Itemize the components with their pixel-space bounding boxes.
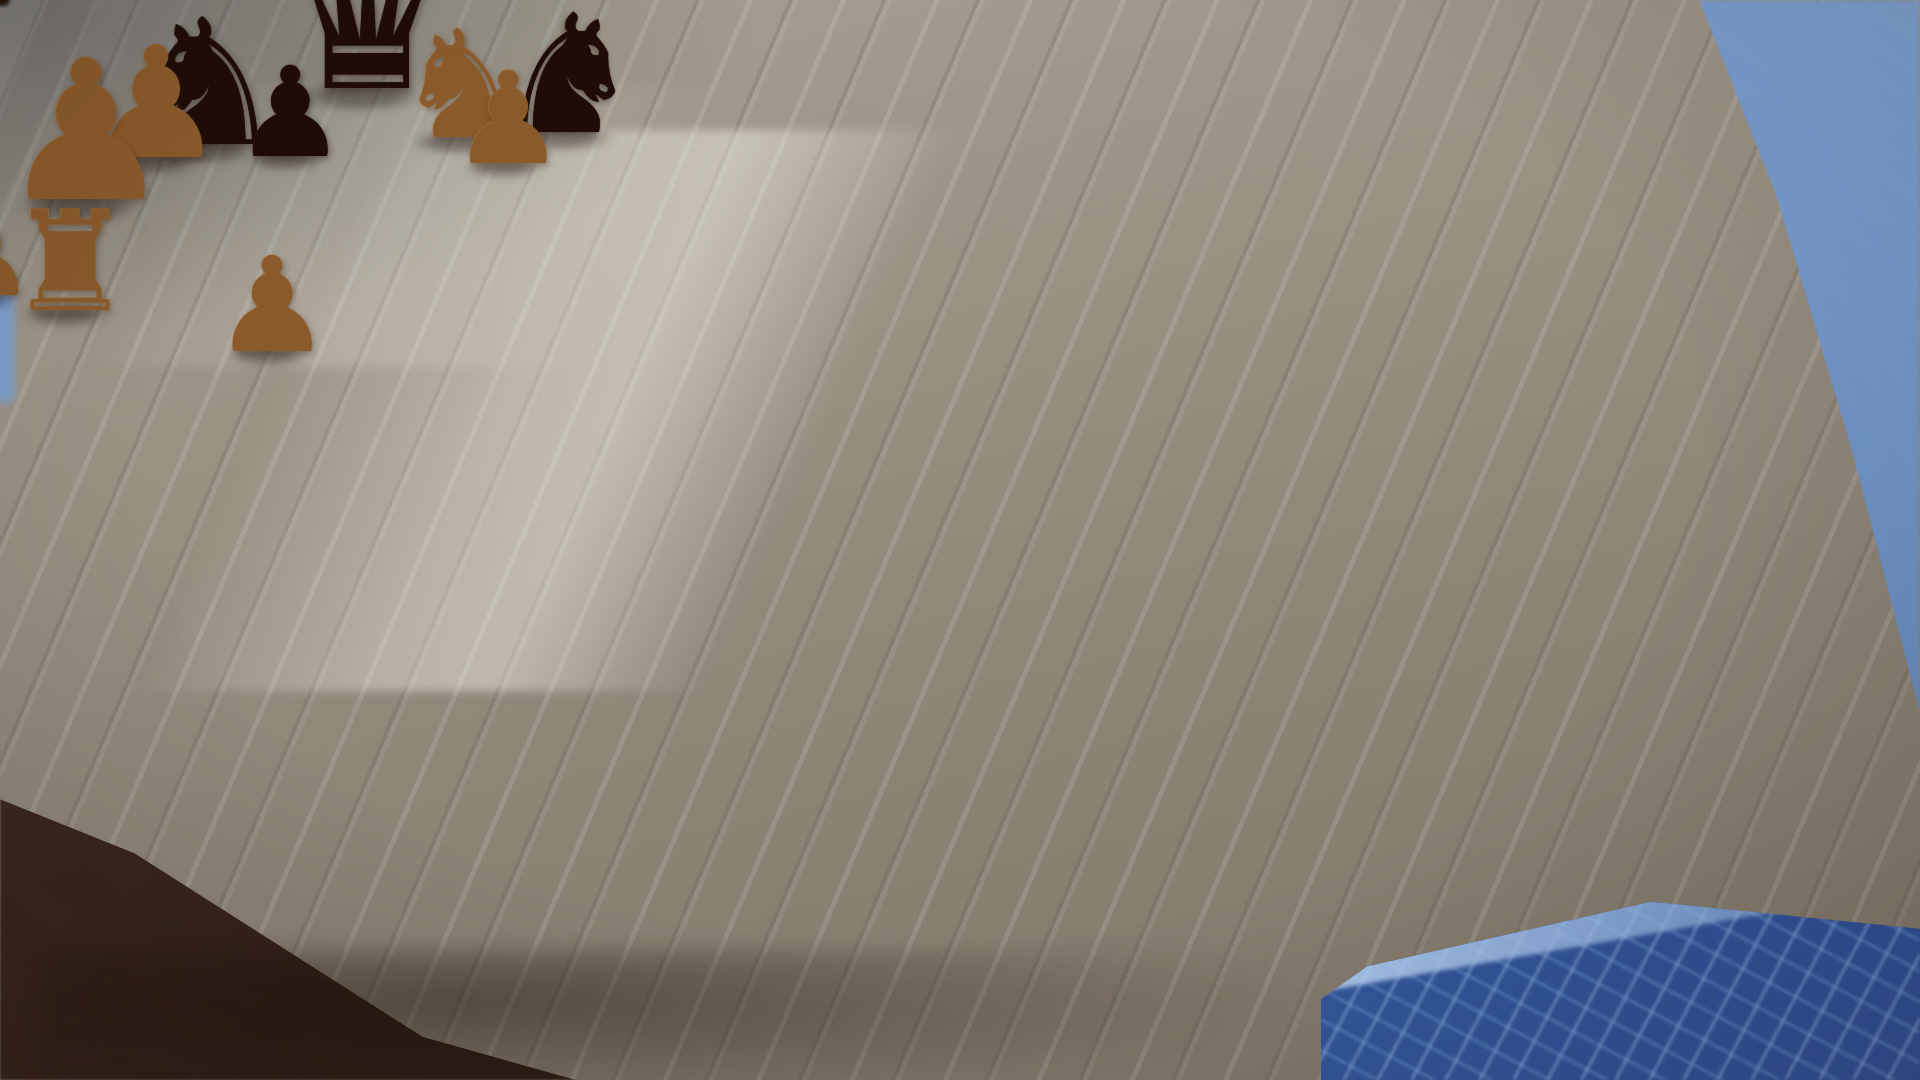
black-pawn-glyph: ♟ <box>234 50 346 175</box>
captured-white-pawn[interactable]: ♟ <box>213 239 331 371</box>
black-king-g1[interactable]: ♚ <box>0 0 7 2</box>
scene: ♟♟♟♝♜♟♞♟♟♝♛♟♟♟♟♝♜♜♚♟♚♛♞♞♞♟♟♟♟♟♜♟ <box>0 0 1920 1080</box>
black-king-glyph: ♚ <box>0 0 7 2</box>
pieces-layer: ♟♟♟♝♜♟♞♟♟♝♛♟♟♟♟♝♜♜♚♟♚♛♞♞♞♟♟♟♟♟♜♟ <box>0 0 1920 1080</box>
captured-black-pawn[interactable]: ♟ <box>234 50 346 175</box>
white-pawn-glyph: ♟ <box>213 239 331 371</box>
white-pawn-glyph: ♟ <box>451 55 566 183</box>
captured-white-rook[interactable]: ♜ <box>7 192 133 332</box>
white-rook-glyph: ♜ <box>7 192 133 332</box>
captured-white-pawn[interactable]: ♟ <box>451 55 566 183</box>
